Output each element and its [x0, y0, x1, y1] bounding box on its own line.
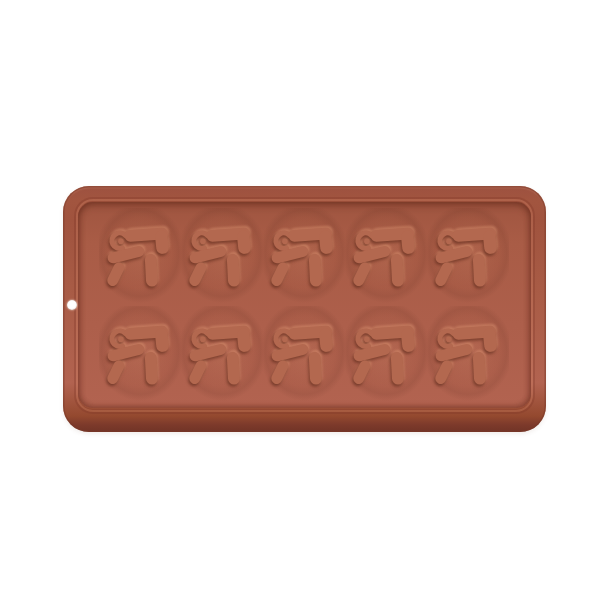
tail-bar: [351, 359, 372, 386]
embossed-bird-shape: [269, 325, 333, 385]
tail-bar: [105, 359, 126, 386]
cavity-cell: [345, 208, 427, 306]
swirl-center-dot: [282, 239, 288, 245]
leg-bar: [309, 254, 322, 287]
swirl-center-dot: [118, 239, 124, 245]
bird-figure-cavity: [429, 316, 507, 394]
leg-bar: [145, 254, 158, 287]
embossed-bird-shape: [105, 227, 169, 287]
leg-bar: [227, 254, 240, 287]
tail-bar: [433, 359, 454, 386]
leg-bar: [145, 352, 158, 385]
bird-figure-cavity: [101, 218, 179, 296]
hang-hole: [67, 300, 77, 310]
embossed-bird-shape: [105, 325, 169, 385]
bird-figure-cavity: [183, 316, 261, 394]
tail-bar: [351, 261, 372, 288]
cavity-cell: [345, 306, 427, 404]
cavity-cell: [181, 208, 263, 306]
embossed-bird-shape: [351, 325, 415, 385]
swirl-center-dot: [200, 337, 206, 343]
leg-bar: [473, 352, 486, 385]
swirl-center-dot: [118, 337, 124, 343]
leg-bar: [391, 254, 404, 287]
bird-figure-cavity: [265, 316, 343, 394]
bird-figure-cavity: [347, 316, 425, 394]
cavity-cell: [427, 208, 509, 306]
tail-bar: [269, 261, 290, 288]
tail-bar: [433, 261, 454, 288]
swirl-center-dot: [364, 337, 370, 343]
cavity-cell: [181, 306, 263, 404]
swirl-center-dot: [446, 239, 452, 245]
embossed-bird-shape: [433, 227, 497, 287]
embossed-bird-shape: [187, 227, 251, 287]
swirl-center-dot: [282, 337, 288, 343]
leg-bar: [391, 352, 404, 385]
tail-bar: [105, 261, 126, 288]
cavity-cell: [427, 306, 509, 404]
cavity-cell: [263, 208, 345, 306]
bird-figure-cavity: [347, 218, 425, 296]
bird-figure-cavity: [183, 218, 261, 296]
tail-bar: [187, 261, 208, 288]
bird-figure-cavity: [101, 316, 179, 394]
bird-figure-cavity: [265, 218, 343, 296]
leg-bar: [309, 352, 322, 385]
embossed-bird-shape: [187, 325, 251, 385]
cavity-cell: [99, 306, 181, 404]
swirl-center-dot: [200, 239, 206, 245]
embossed-bird-shape: [269, 227, 333, 287]
leg-bar: [227, 352, 240, 385]
cavity-cell: [263, 306, 345, 404]
swirl-center-dot: [364, 239, 370, 245]
embossed-bird-shape: [351, 227, 415, 287]
bird-figure-cavity: [429, 218, 507, 296]
tail-bar: [187, 359, 208, 386]
tail-bar: [269, 359, 290, 386]
silicone-mold-tray: [63, 186, 546, 432]
product-photo: [0, 0, 600, 600]
embossed-bird-shape: [433, 325, 497, 385]
cavity-grid: [99, 208, 509, 404]
leg-bar: [473, 254, 486, 287]
cavity-cell: [99, 208, 181, 306]
swirl-center-dot: [446, 337, 452, 343]
